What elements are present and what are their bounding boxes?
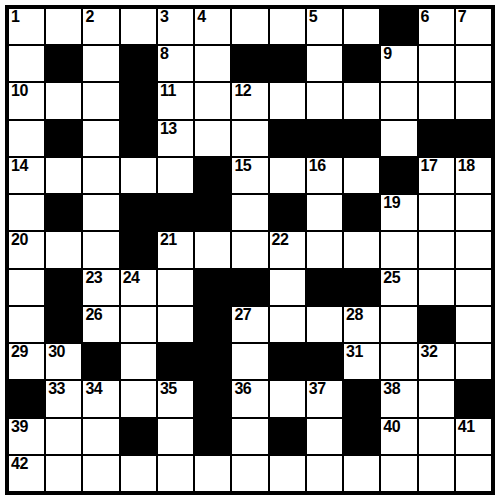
crossword-grid: 1234567891011121314151617181920212223242… (5, 5, 495, 495)
cell-r9c9[interactable] (307, 307, 342, 342)
clue-number-3: 3 (160, 9, 168, 25)
black-cell-r8c7 (232, 270, 267, 305)
black-cell-r10c9 (307, 344, 342, 379)
black-cell-r4c10 (344, 121, 379, 156)
cell-r9c4[interactable] (121, 307, 156, 342)
black-cell-r5c6 (195, 158, 230, 193)
cell-r13c7[interactable] (232, 456, 267, 491)
cell-r5c8[interactable] (270, 158, 305, 193)
cell-r3c12[interactable] (419, 83, 454, 118)
cell-r7c5[interactable]: 21 (158, 232, 193, 267)
cell-r7c1[interactable]: 20 (9, 232, 44, 267)
black-cell-r11c6 (195, 381, 230, 416)
black-cell-r12c6 (195, 419, 230, 454)
black-cell-r6c8 (270, 195, 305, 230)
cell-r3c8[interactable] (270, 83, 305, 118)
cell-r3c10[interactable] (344, 83, 379, 118)
cell-r4c7[interactable] (232, 121, 267, 156)
cell-r12c9[interactable] (307, 419, 342, 454)
cell-r3c5[interactable]: 11 (158, 83, 193, 118)
black-cell-r4c4 (121, 121, 156, 156)
clue-number-36: 36 (234, 381, 251, 397)
cell-r13c10[interactable] (344, 456, 379, 491)
black-cell-r12c4 (121, 419, 156, 454)
cell-r3c11[interactable] (381, 83, 416, 118)
cell-r7c9[interactable] (307, 232, 342, 267)
clue-number-41: 41 (458, 419, 475, 435)
cell-r7c10[interactable] (344, 232, 379, 267)
clue-number-7: 7 (458, 9, 466, 25)
cell-r6c9[interactable] (307, 195, 342, 230)
cell-r5c7[interactable]: 15 (232, 158, 267, 193)
cell-r8c12[interactable] (419, 270, 454, 305)
cell-r3c3[interactable] (83, 83, 118, 118)
clue-number-37: 37 (309, 381, 326, 397)
cell-r10c13[interactable] (456, 344, 491, 379)
cell-r8c13[interactable] (456, 270, 491, 305)
clue-number-8: 8 (160, 46, 168, 62)
cell-r7c12[interactable] (419, 232, 454, 267)
cell-r4c11[interactable] (381, 121, 416, 156)
cell-r11c11[interactable]: 38 (381, 381, 416, 416)
black-cell-r2c10 (344, 46, 379, 81)
cell-r9c13[interactable] (456, 307, 491, 342)
black-cell-r3c4 (121, 83, 156, 118)
cell-r8c4[interactable]: 24 (121, 270, 156, 305)
cell-r1c10[interactable] (344, 9, 379, 44)
clue-number-16: 16 (309, 158, 326, 174)
black-cell-r8c2 (46, 270, 81, 305)
cell-r7c2[interactable] (46, 232, 81, 267)
cell-r5c10[interactable] (344, 158, 379, 193)
cell-r3c6[interactable] (195, 83, 230, 118)
clue-number-10: 10 (11, 83, 28, 99)
clue-number-28: 28 (346, 307, 363, 323)
cell-r7c8[interactable]: 22 (270, 232, 305, 267)
cell-r9c1[interactable] (9, 307, 44, 342)
cell-r2c5[interactable]: 8 (158, 46, 193, 81)
black-cell-r4c8 (270, 121, 305, 156)
clue-number-1: 1 (11, 9, 19, 25)
cell-r6c7[interactable] (232, 195, 267, 230)
black-cell-r2c8 (270, 46, 305, 81)
cell-r11c2[interactable]: 33 (46, 381, 81, 416)
cell-r12c11[interactable]: 40 (381, 419, 416, 454)
cell-r3c9[interactable] (307, 83, 342, 118)
cell-r11c12[interactable] (419, 381, 454, 416)
cell-r1c8[interactable] (270, 9, 305, 44)
cell-r8c1[interactable] (9, 270, 44, 305)
clue-number-15: 15 (234, 158, 251, 174)
cell-r4c5[interactable]: 13 (158, 121, 193, 156)
clue-number-19: 19 (383, 195, 400, 211)
cell-r13c2[interactable] (46, 456, 81, 491)
cell-r1c13[interactable]: 7 (456, 9, 491, 44)
cell-r3c7[interactable]: 12 (232, 83, 267, 118)
cell-r7c6[interactable] (195, 232, 230, 267)
black-cell-r4c12 (419, 121, 454, 156)
clue-number-42: 42 (11, 456, 28, 472)
clue-number-32: 32 (421, 344, 438, 360)
cell-r11c9[interactable]: 37 (307, 381, 342, 416)
cell-r7c3[interactable] (83, 232, 118, 267)
cell-r1c7[interactable] (232, 9, 267, 44)
clue-number-4: 4 (197, 9, 205, 25)
cell-r5c9[interactable]: 16 (307, 158, 342, 193)
cell-r10c2[interactable]: 30 (46, 344, 81, 379)
cell-r1c3[interactable]: 2 (83, 9, 118, 44)
cell-r3c1[interactable]: 10 (9, 83, 44, 118)
cell-r6c12[interactable] (419, 195, 454, 230)
cell-r13c8[interactable] (270, 456, 305, 491)
cell-r13c4[interactable] (121, 456, 156, 491)
cell-r13c9[interactable] (307, 456, 342, 491)
clue-number-35: 35 (160, 381, 177, 397)
cell-r9c8[interactable] (270, 307, 305, 342)
cell-r13c6[interactable] (195, 456, 230, 491)
cell-r6c1[interactable] (9, 195, 44, 230)
clue-number-2: 2 (85, 9, 93, 25)
clue-number-22: 22 (272, 232, 289, 248)
black-cell-r1c11 (381, 9, 416, 44)
clue-number-24: 24 (123, 270, 140, 286)
cell-r10c7[interactable] (232, 344, 267, 379)
cell-r11c5[interactable]: 35 (158, 381, 193, 416)
black-cell-r8c10 (344, 270, 379, 305)
cell-r5c5[interactable] (158, 158, 193, 193)
black-cell-r6c5 (158, 195, 193, 230)
cell-r2c13[interactable] (456, 46, 491, 81)
cell-r12c3[interactable] (83, 419, 118, 454)
black-cell-r10c6 (195, 344, 230, 379)
black-cell-r10c5 (158, 344, 193, 379)
black-cell-r6c6 (195, 195, 230, 230)
clue-number-9: 9 (383, 46, 391, 62)
cell-r11c8[interactable] (270, 381, 305, 416)
black-cell-r6c4 (121, 195, 156, 230)
cell-r11c3[interactable]: 34 (83, 381, 118, 416)
black-cell-r12c10 (344, 419, 379, 454)
clue-number-17: 17 (421, 158, 438, 174)
cell-r8c5[interactable] (158, 270, 193, 305)
clue-number-11: 11 (160, 83, 176, 99)
cell-r11c4[interactable] (121, 381, 156, 416)
cell-r7c13[interactable] (456, 232, 491, 267)
cell-r7c11[interactable] (381, 232, 416, 267)
clue-number-13: 13 (160, 121, 177, 137)
black-cell-r8c9 (307, 270, 342, 305)
cell-r13c13[interactable] (456, 456, 491, 491)
clue-number-31: 31 (346, 344, 363, 360)
cell-r4c3[interactable] (83, 121, 118, 156)
black-cell-r2c7 (232, 46, 267, 81)
clue-number-33: 33 (48, 381, 65, 397)
cell-r5c4[interactable] (121, 158, 156, 193)
cell-r9c7[interactable]: 27 (232, 307, 267, 342)
cell-r1c1[interactable]: 1 (9, 9, 44, 44)
cell-r2c9[interactable] (307, 46, 342, 81)
black-cell-r4c2 (46, 121, 81, 156)
cell-r8c8[interactable] (270, 270, 305, 305)
cell-r8c3[interactable]: 23 (83, 270, 118, 305)
clue-number-25: 25 (383, 270, 400, 286)
black-cell-r9c12 (419, 307, 454, 342)
black-cell-r2c4 (121, 46, 156, 81)
cell-r11c7[interactable]: 36 (232, 381, 267, 416)
cell-r2c6[interactable] (195, 46, 230, 81)
cell-r6c11[interactable]: 19 (381, 195, 416, 230)
cell-r13c1[interactable]: 42 (9, 456, 44, 491)
cell-r2c11[interactable]: 9 (381, 46, 416, 81)
cell-r9c5[interactable] (158, 307, 193, 342)
cell-r6c3[interactable] (83, 195, 118, 230)
black-cell-r11c1 (9, 381, 44, 416)
black-cell-r4c9 (307, 121, 342, 156)
cell-r5c1[interactable]: 14 (9, 158, 44, 193)
cell-r4c6[interactable] (195, 121, 230, 156)
clue-number-20: 20 (11, 232, 28, 248)
cell-r13c12[interactable] (419, 456, 454, 491)
cell-r13c11[interactable] (381, 456, 416, 491)
cell-r5c2[interactable] (46, 158, 81, 193)
cell-r12c7[interactable] (232, 419, 267, 454)
cell-r12c2[interactable] (46, 419, 81, 454)
black-cell-r11c10 (344, 381, 379, 416)
black-cell-r7c4 (121, 232, 156, 267)
cell-r10c11[interactable] (381, 344, 416, 379)
cell-r5c12[interactable]: 17 (419, 158, 454, 193)
black-cell-r6c2 (46, 195, 81, 230)
cell-r12c1[interactable]: 39 (9, 419, 44, 454)
clue-number-34: 34 (85, 381, 102, 397)
clue-number-29: 29 (11, 344, 28, 360)
cell-r12c5[interactable] (158, 419, 193, 454)
clue-number-26: 26 (85, 307, 102, 323)
clue-number-30: 30 (48, 344, 65, 360)
black-cell-r11c13 (456, 381, 491, 416)
clue-number-38: 38 (383, 381, 400, 397)
clue-number-27: 27 (234, 307, 251, 323)
cell-r5c3[interactable] (83, 158, 118, 193)
black-cell-r9c2 (46, 307, 81, 342)
clue-number-12: 12 (234, 83, 251, 99)
cell-r12c13[interactable]: 41 (456, 419, 491, 454)
black-cell-r6c10 (344, 195, 379, 230)
clue-number-39: 39 (11, 419, 28, 435)
cell-r6c13[interactable] (456, 195, 491, 230)
black-cell-r9c6 (195, 307, 230, 342)
cell-r2c3[interactable] (83, 46, 118, 81)
cell-r9c11[interactable] (381, 307, 416, 342)
clue-number-21: 21 (160, 232, 177, 248)
clue-number-5: 5 (309, 9, 317, 25)
cell-r2c12[interactable] (419, 46, 454, 81)
cell-r12c12[interactable] (419, 419, 454, 454)
cell-r3c13[interactable] (456, 83, 491, 118)
clue-number-6: 6 (421, 9, 429, 25)
cell-r1c2[interactable] (46, 9, 81, 44)
cell-r4c1[interactable] (9, 121, 44, 156)
cell-r10c1[interactable]: 29 (9, 344, 44, 379)
cell-r9c3[interactable]: 26 (83, 307, 118, 342)
black-cell-r4c13 (456, 121, 491, 156)
cell-r10c10[interactable]: 31 (344, 344, 379, 379)
cell-r1c4[interactable] (121, 9, 156, 44)
cell-r9c10[interactable]: 28 (344, 307, 379, 342)
black-cell-r12c8 (270, 419, 305, 454)
cell-r1c6[interactable]: 4 (195, 9, 230, 44)
cell-r1c9[interactable]: 5 (307, 9, 342, 44)
black-cell-r5c11 (381, 158, 416, 193)
clue-number-14: 14 (11, 158, 28, 174)
cell-r2c1[interactable] (9, 46, 44, 81)
black-cell-r10c3 (83, 344, 118, 379)
cell-r10c4[interactable] (121, 344, 156, 379)
cell-r8c11[interactable]: 25 (381, 270, 416, 305)
black-cell-r8c6 (195, 270, 230, 305)
cell-r1c12[interactable]: 6 (419, 9, 454, 44)
clue-number-40: 40 (383, 419, 400, 435)
cell-r10c12[interactable]: 32 (419, 344, 454, 379)
clue-number-18: 18 (458, 158, 475, 174)
black-cell-r10c8 (270, 344, 305, 379)
cell-r7c7[interactable] (232, 232, 267, 267)
cell-r3c2[interactable] (46, 83, 81, 118)
cell-r13c5[interactable] (158, 456, 193, 491)
clue-number-23: 23 (85, 270, 102, 286)
cell-r13c3[interactable] (83, 456, 118, 491)
cell-r5c13[interactable]: 18 (456, 158, 491, 193)
cell-r1c5[interactable]: 3 (158, 9, 193, 44)
black-cell-r2c2 (46, 46, 81, 81)
